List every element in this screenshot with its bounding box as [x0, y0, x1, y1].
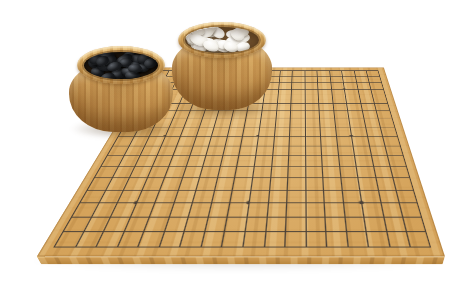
grid-cell: [345, 96, 360, 103]
grid-cell: [269, 178, 288, 190]
grid-cell: [249, 190, 269, 203]
grid-cell: [241, 136, 258, 145]
white-go-stone: [192, 42, 207, 53]
white-go-stone: [209, 38, 224, 51]
white-go-stone: [187, 32, 205, 44]
grid-cell: [320, 136, 337, 145]
grid-cell: [378, 119, 395, 127]
white-go-stone: [235, 40, 251, 53]
grid-cell: [291, 89, 305, 96]
black-go-stone: [125, 70, 141, 79]
grid-cell: [346, 232, 369, 248]
grid-cell: [319, 119, 335, 127]
grid-cell: [291, 96, 305, 103]
white-go-stone: [203, 38, 219, 51]
grid-cell: [275, 111, 290, 119]
white-go-stone: [233, 32, 250, 44]
grid-cell: [318, 96, 332, 103]
grid-cell: [263, 232, 285, 248]
black-go-stone: [120, 65, 138, 79]
white-go-stone: [217, 40, 231, 50]
grid-cell: [331, 89, 345, 96]
grid-cell: [403, 217, 427, 232]
grid-cell: [242, 232, 265, 248]
grid-cell: [305, 136, 321, 145]
grid-cell: [332, 96, 347, 103]
grid-cell: [341, 190, 361, 203]
grid-cell: [325, 217, 346, 232]
grid-cell: [230, 190, 251, 203]
black-go-stone: [97, 52, 115, 64]
grid-cell: [272, 145, 289, 155]
grid-cell: [274, 127, 290, 136]
black-go-stone: [106, 61, 123, 74]
grid-cell: [305, 217, 325, 232]
grid-cell: [336, 136, 353, 145]
grid-cell: [227, 203, 248, 217]
grid-cell: [221, 232, 244, 248]
grid-cell: [267, 190, 286, 203]
black-go-stone: [118, 70, 133, 79]
black-go-stone: [95, 54, 110, 67]
white-go-stone: [196, 27, 215, 40]
white-go-stone: [215, 42, 230, 53]
bowl-opening: [185, 27, 259, 53]
white-go-stone: [185, 30, 198, 44]
grid-cell: [305, 145, 322, 155]
grid-cell: [334, 119, 350, 127]
grid-cell: [244, 217, 266, 232]
grid-cell: [290, 111, 305, 119]
white-go-stone: [197, 27, 213, 36]
grid-cell: [287, 178, 305, 190]
grid-cell: [321, 155, 339, 166]
grid-cell: [232, 178, 252, 190]
grid-cell: [343, 203, 364, 217]
grid-cell: [250, 178, 269, 190]
grid-cell: [255, 145, 272, 155]
grid-cell: [325, 232, 347, 248]
grid-cell: [380, 127, 398, 136]
white-stone-bowl: [170, 22, 274, 116]
board-front-edge: [37, 256, 445, 264]
grid-cell: [258, 127, 274, 136]
black-go-stone: [96, 60, 114, 72]
grid-cell: [305, 119, 320, 127]
grid-cell: [305, 203, 325, 217]
grid-cell: [333, 111, 349, 119]
grid-cell: [344, 217, 366, 232]
black-go-stone: [115, 52, 134, 67]
black-go-stone: [128, 64, 142, 74]
white-go-stone: [200, 27, 216, 35]
grid-cell: [304, 103, 318, 111]
grid-cell: [289, 127, 305, 136]
grid-cell: [374, 103, 390, 111]
black-go-stone: [129, 53, 147, 66]
bowl-rim: [77, 46, 165, 84]
black-go-stone: [90, 65, 105, 77]
white-go-stone: [200, 37, 216, 49]
grid-cell: [318, 89, 332, 96]
grid-cell: [332, 103, 347, 111]
white-go-stone: [226, 37, 244, 51]
grid-cell: [277, 89, 291, 96]
grid-cell: [382, 136, 400, 145]
grid-cell: [324, 203, 344, 217]
grid-cell: [274, 119, 289, 127]
white-go-stone: [201, 38, 219, 53]
grid-cell: [337, 145, 355, 155]
grid-cell: [319, 111, 334, 119]
grid-cell: [347, 111, 363, 119]
grid-cell: [305, 111, 320, 119]
grid-cell: [289, 119, 304, 127]
black-go-stone: [102, 56, 120, 72]
grid-cell: [237, 155, 256, 166]
black-go-stone: [116, 57, 130, 68]
grid-cell: [284, 232, 305, 248]
grid-cell: [286, 203, 305, 217]
grid-cell: [252, 166, 271, 177]
grid-cell: [322, 166, 340, 177]
grid-cell: [387, 155, 407, 166]
grid-cell: [247, 203, 268, 217]
grid-cell: [224, 217, 246, 232]
black-go-stone: [143, 57, 158, 70]
white-go-stone: [192, 30, 209, 45]
grid-cell: [305, 190, 324, 203]
black-go-stone: [122, 52, 137, 63]
white-go-stone: [226, 37, 242, 48]
grid-cell: [321, 145, 338, 155]
grid-cell: [265, 217, 286, 232]
white-go-stone: [192, 35, 208, 47]
grid-cell: [289, 136, 305, 145]
grid-cell: [346, 103, 361, 111]
grid-cell: [339, 166, 358, 177]
white-go-stone: [208, 38, 226, 53]
grid-cell: [276, 103, 291, 111]
grid-cell: [323, 190, 343, 203]
grid-cell: [273, 136, 289, 145]
grid-cell: [286, 190, 305, 203]
grid-cell: [285, 217, 305, 232]
white-go-stone: [204, 27, 221, 39]
grid-cell: [393, 178, 414, 190]
grid-cell: [244, 119, 260, 127]
white-go-stone: [189, 34, 208, 50]
grid-cell: [338, 155, 356, 166]
grid-cell: [271, 155, 289, 166]
grid-cell: [322, 178, 341, 190]
black-go-stone: [109, 65, 126, 79]
black-go-stone: [125, 62, 143, 74]
black-go-stone: [137, 53, 153, 64]
grid-cell: [372, 96, 388, 103]
grid-cell: [254, 155, 272, 166]
go-set-photo: [0, 0, 457, 300]
grid-cell: [305, 178, 323, 190]
white-go-stone: [222, 40, 239, 53]
grid-cell: [288, 145, 304, 155]
grid-cell: [277, 96, 291, 103]
grid-cell: [344, 89, 359, 96]
white-go-stone: [210, 27, 226, 41]
grid-cell: [266, 203, 286, 217]
grid-cell: [287, 166, 305, 177]
grid-cell: [239, 145, 257, 155]
grid-cell: [304, 96, 318, 103]
grid-cell: [351, 136, 368, 145]
white-go-stone: [191, 27, 205, 36]
grid-cell: [259, 119, 275, 127]
grid-cell: [371, 89, 386, 96]
grid-cell: [257, 136, 274, 145]
black-go-stone: [99, 70, 116, 79]
white-go-stone: [233, 27, 249, 37]
grid-cell: [270, 166, 288, 177]
white-go-stone: [229, 27, 246, 42]
black-go-stone: [89, 55, 104, 66]
black-go-stone: [87, 56, 102, 69]
bowl-rim: [178, 22, 266, 58]
grid-cell: [340, 178, 359, 190]
black-go-stone: [101, 54, 118, 70]
black-go-stone: [94, 52, 112, 66]
white-go-stone: [222, 38, 239, 52]
black-stone-bowl: [68, 46, 174, 136]
grid-cell: [288, 155, 305, 166]
bowl-opening: [84, 52, 158, 79]
white-go-stone: [186, 34, 203, 48]
grid-cell: [399, 203, 422, 217]
grid-cell: [320, 127, 336, 136]
white-go-stone: [189, 32, 208, 48]
grid-cell: [305, 232, 326, 248]
black-go-stone: [101, 53, 118, 69]
grid-cell: [305, 166, 323, 177]
white-go-stone: [226, 30, 243, 40]
grid-cell: [406, 232, 431, 248]
grid-cell: [305, 155, 322, 166]
white-go-stone: [205, 40, 219, 51]
grid-cell: [304, 89, 318, 96]
grid-cell: [385, 145, 404, 155]
white-go-stone: [201, 39, 220, 53]
black-go-stone: [118, 57, 132, 68]
black-go-stone: [136, 61, 152, 74]
grid-cell: [349, 119, 365, 127]
white-go-stone: [185, 32, 203, 47]
grid-cell: [290, 103, 304, 111]
white-go-stone: [190, 38, 206, 52]
grid-cell: [376, 111, 393, 119]
grid-cell: [318, 103, 333, 111]
grid-cell: [235, 166, 254, 177]
grid-cell: [305, 127, 321, 136]
grid-cell: [396, 190, 418, 203]
grid-cell: [390, 166, 410, 177]
